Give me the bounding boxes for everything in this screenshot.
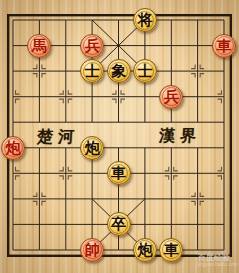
- red-soldier-a[interactable]: 兵: [80, 34, 104, 58]
- red-cannon-glyph: 炮: [6, 136, 21, 160]
- black-advisor-b-glyph: 士: [137, 59, 152, 83]
- red-horse-glyph: 馬: [32, 34, 47, 58]
- black-soldier-glyph: 卒: [111, 212, 126, 236]
- black-general-glyph: 将: [137, 8, 152, 32]
- red-cannon[interactable]: 炮: [1, 136, 25, 160]
- black-chariot-b-glyph: 車: [164, 238, 179, 262]
- black-elephant-glyph: 象: [111, 59, 126, 83]
- red-chariot-glyph: 車: [217, 34, 232, 58]
- black-chariot-a[interactable]: 車: [107, 161, 131, 185]
- river-label-han-jie: 漢界: [158, 126, 201, 147]
- red-chariot[interactable]: 車: [212, 34, 236, 58]
- red-soldier-a-glyph: 兵: [85, 34, 100, 58]
- black-cannon-a[interactable]: 炮: [80, 136, 104, 160]
- black-cannon-b[interactable]: 炮: [133, 238, 157, 262]
- black-cannon-b-glyph: 炮: [137, 238, 152, 262]
- river-label-chu-he: 楚河: [36, 127, 79, 148]
- black-soldier[interactable]: 卒: [107, 212, 131, 236]
- black-cannon-a-glyph: 炮: [85, 136, 100, 160]
- red-general-glyph: 帥: [85, 238, 100, 262]
- black-advisor-b[interactable]: 士: [133, 59, 157, 83]
- red-general[interactable]: 帥: [80, 238, 104, 262]
- black-elephant[interactable]: 象: [107, 59, 131, 83]
- xiangqi-board[interactable]: 楚河 漢界 将馬兵車士象士兵炮炮車卒帥炮車 百度经验 jingyan.baidu…: [0, 0, 239, 273]
- red-soldier-b[interactable]: 兵: [159, 85, 183, 109]
- red-soldier-b-glyph: 兵: [164, 85, 179, 109]
- red-horse[interactable]: 馬: [27, 34, 51, 58]
- black-chariot-a-glyph: 車: [111, 161, 126, 185]
- black-advisor-a-glyph: 士: [85, 59, 100, 83]
- black-general[interactable]: 将: [133, 8, 157, 32]
